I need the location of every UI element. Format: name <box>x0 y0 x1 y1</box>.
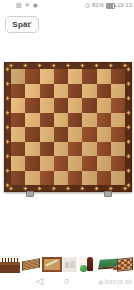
square-c2 <box>40 156 54 171</box>
square-h2 <box>111 156 125 171</box>
square-e1 <box>68 171 82 186</box>
square-f7 <box>82 84 96 99</box>
square-d5 <box>54 113 68 128</box>
square-d8 <box>54 69 68 84</box>
thumbnail-open-box-with-pieces[interactable] <box>42 257 62 272</box>
square-e7 <box>68 84 82 99</box>
board-grid <box>11 69 125 185</box>
status-time: 19:13 <box>117 2 132 9</box>
hinge-left <box>26 191 34 197</box>
square-g5 <box>97 113 111 128</box>
square-c4 <box>40 127 54 142</box>
square-f1 <box>82 171 96 186</box>
square-e8 <box>68 69 82 84</box>
watermark-text: bazos.sk <box>104 278 132 286</box>
square-b5 <box>25 113 39 128</box>
square-g8 <box>97 69 111 84</box>
thumbnail-dark-piece-green-ball[interactable] <box>79 257 97 272</box>
square-b8 <box>25 69 39 84</box>
square-g6 <box>97 98 111 113</box>
square-c7 <box>40 84 54 99</box>
square-h5 <box>111 113 125 128</box>
square-d2 <box>54 156 68 171</box>
back-button[interactable]: Späť <box>5 16 39 33</box>
battery-icon <box>106 3 115 9</box>
square-g1 <box>97 171 111 186</box>
square-h6 <box>111 98 125 113</box>
square-b2 <box>25 156 39 171</box>
square-h3 <box>111 142 125 157</box>
board-frame-left <box>4 62 11 192</box>
square-f4 <box>82 127 96 142</box>
square-a2 <box>11 156 25 171</box>
square-b3 <box>25 142 39 157</box>
square-b7 <box>25 84 39 99</box>
square-c3 <box>40 142 54 157</box>
square-c8 <box>40 69 54 84</box>
square-g3 <box>97 142 111 157</box>
square-e3 <box>68 142 82 157</box>
chess-board-photo <box>4 62 132 192</box>
square-d6 <box>54 98 68 113</box>
status-icon-3: ◉ <box>33 2 38 9</box>
thumbnail-board-angled[interactable] <box>117 257 133 271</box>
photo-gallery-thumbnails <box>0 256 134 274</box>
board-frame-top <box>4 62 132 69</box>
thumbnail-chess-set-with-pieces[interactable] <box>0 256 20 273</box>
square-a1 <box>11 171 25 186</box>
status-bar: ▨ ✕ ◉ ◷ 81% 19:13 <box>0 0 134 12</box>
thumbnail-green-felt-box[interactable] <box>99 257 117 272</box>
square-h7 <box>111 84 125 99</box>
status-right: ◷ 81% 19:13 <box>85 2 132 9</box>
hinge-right <box>104 191 112 197</box>
watermark: ◉ bazos.sk <box>98 278 132 286</box>
square-b1 <box>25 171 39 186</box>
square-e6 <box>68 98 82 113</box>
square-e2 <box>68 156 82 171</box>
square-a4 <box>11 127 25 142</box>
nav-bar: ◁ ○ ◉ bazos.sk <box>0 274 134 290</box>
square-d4 <box>54 127 68 142</box>
square-a3 <box>11 142 25 157</box>
thumbnail-pieces-on-table[interactable] <box>63 257 77 272</box>
square-c6 <box>40 98 54 113</box>
square-f6 <box>82 98 96 113</box>
square-c1 <box>40 171 54 186</box>
square-h8 <box>111 69 125 84</box>
square-g4 <box>97 127 111 142</box>
clock-icon: ◷ <box>85 2 90 9</box>
square-f5 <box>82 113 96 128</box>
square-a5 <box>11 113 25 128</box>
battery-percent: 81% <box>92 2 104 9</box>
square-a6 <box>11 98 25 113</box>
status-icon-2: ✕ <box>25 2 30 9</box>
watermark-icon: ◉ <box>98 278 103 286</box>
square-a7 <box>11 84 25 99</box>
board-frame-right <box>125 62 132 192</box>
square-h1 <box>111 171 125 186</box>
board-frame-bottom <box>4 185 132 192</box>
square-a8 <box>11 69 25 84</box>
square-f2 <box>82 156 96 171</box>
square-c5 <box>40 113 54 128</box>
square-d3 <box>54 142 68 157</box>
square-b4 <box>25 127 39 142</box>
square-b6 <box>25 98 39 113</box>
square-f8 <box>82 69 96 84</box>
square-d7 <box>54 84 68 99</box>
square-h4 <box>111 127 125 142</box>
nav-home-icon[interactable]: ○ <box>64 277 69 286</box>
thumbnail-board-folded-flat[interactable] <box>22 258 40 270</box>
square-d1 <box>54 171 68 186</box>
square-g7 <box>97 84 111 99</box>
square-f3 <box>82 142 96 157</box>
status-icons-left: ▨ ✕ ◉ <box>16 2 38 9</box>
status-icon-1: ▨ <box>16 2 22 9</box>
square-e4 <box>68 127 82 142</box>
square-e5 <box>68 113 82 128</box>
square-g2 <box>97 156 111 171</box>
nav-back-icon[interactable]: ◁ <box>36 277 43 286</box>
